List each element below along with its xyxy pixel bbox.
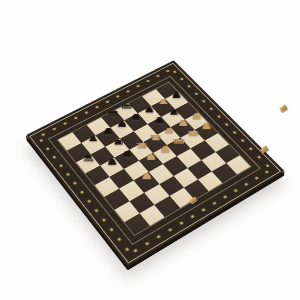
piece-black-pawn: ♟ — [121, 144, 133, 160]
board-frame: ♟♟♟♝♞♟♛♟♟♝♚♚♟♞♟♛♟♞♟♟♞♟♟♝♟♜ — [26, 60, 285, 266]
square-e2 — [173, 168, 198, 188]
square-f4: ♚ — [167, 138, 191, 157]
brass-hinge — [279, 105, 288, 113]
brass-hinge — [260, 146, 269, 154]
product-photo: ♟♟♟♝♞♟♛♟♟♝♚♚♟♞♟♛♟♞♟♟♞♟♟♝♟♜ — [0, 0, 300, 300]
square-g1 — [212, 163, 237, 183]
square-d5: ♞ — [129, 142, 153, 161]
piece-black-pawn: ♟ — [106, 152, 118, 168]
chess-board: ♟♟♟♝♞♟♛♟♟♝♚♚♟♞♟♛♟♞♟♟♞♟♟♝♟♜ — [26, 60, 285, 266]
